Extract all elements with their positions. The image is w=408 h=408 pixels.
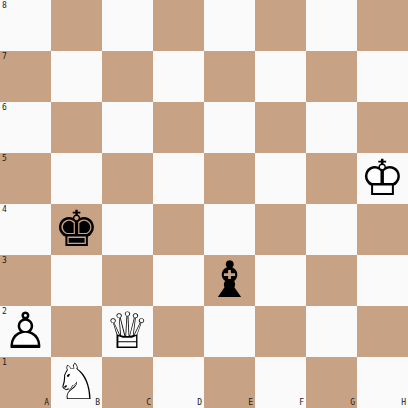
square-d3[interactable] xyxy=(153,255,204,306)
square-d1[interactable]: D xyxy=(153,357,204,408)
file-label-a: A xyxy=(44,399,49,407)
square-e7[interactable] xyxy=(204,51,255,102)
piece-white-knight[interactable]: ♞♘ xyxy=(51,357,102,408)
file-label-f: F xyxy=(299,399,304,407)
square-g5[interactable] xyxy=(306,153,357,204)
square-g8[interactable] xyxy=(306,0,357,51)
square-g6[interactable] xyxy=(306,102,357,153)
square-b4[interactable]: ♚ xyxy=(51,204,102,255)
square-b6[interactable] xyxy=(51,102,102,153)
black-king-glyph: ♚ xyxy=(54,204,99,254)
square-f4[interactable] xyxy=(255,204,306,255)
square-c5[interactable] xyxy=(102,153,153,204)
square-f2[interactable] xyxy=(255,306,306,357)
file-label-g: G xyxy=(350,399,355,407)
white-pawn-glyph: ♙ xyxy=(3,306,48,356)
file-label-c: C xyxy=(146,399,151,407)
square-c8[interactable] xyxy=(102,0,153,51)
square-h3[interactable] xyxy=(357,255,408,306)
rank-label-4: 4 xyxy=(2,206,7,214)
square-f6[interactable] xyxy=(255,102,306,153)
square-a7[interactable]: 7 xyxy=(0,51,51,102)
square-f3[interactable] xyxy=(255,255,306,306)
square-h1[interactable]: H xyxy=(357,357,408,408)
square-f7[interactable] xyxy=(255,51,306,102)
square-d5[interactable] xyxy=(153,153,204,204)
square-g7[interactable] xyxy=(306,51,357,102)
piece-black-bishop[interactable]: ♝ xyxy=(204,255,255,306)
square-b7[interactable] xyxy=(51,51,102,102)
square-a1[interactable]: 1A xyxy=(0,357,51,408)
white-knight-glyph: ♘ xyxy=(54,357,99,407)
square-c3[interactable] xyxy=(102,255,153,306)
square-a3[interactable]: 3 xyxy=(0,255,51,306)
rank-label-1: 1 xyxy=(2,359,7,367)
square-e4[interactable] xyxy=(204,204,255,255)
square-b1[interactable]: B♞♘ xyxy=(51,357,102,408)
square-d4[interactable] xyxy=(153,204,204,255)
piece-white-pawn[interactable]: ♟♙ xyxy=(0,306,51,357)
rank-label-6: 6 xyxy=(2,104,7,112)
square-e5[interactable] xyxy=(204,153,255,204)
square-e3[interactable]: ♝ xyxy=(204,255,255,306)
square-a4[interactable]: 4 xyxy=(0,204,51,255)
square-b2[interactable] xyxy=(51,306,102,357)
piece-white-king[interactable]: ♚♔ xyxy=(357,153,408,204)
black-bishop-glyph: ♝ xyxy=(207,255,252,305)
white-queen-glyph: ♕ xyxy=(105,306,150,356)
square-f5[interactable] xyxy=(255,153,306,204)
square-e8[interactable] xyxy=(204,0,255,51)
square-d2[interactable] xyxy=(153,306,204,357)
square-f8[interactable] xyxy=(255,0,306,51)
square-g3[interactable] xyxy=(306,255,357,306)
square-c2[interactable]: ♛♕ xyxy=(102,306,153,357)
square-f1[interactable]: F xyxy=(255,357,306,408)
rank-label-8: 8 xyxy=(2,2,7,10)
square-c4[interactable] xyxy=(102,204,153,255)
square-h7[interactable] xyxy=(357,51,408,102)
square-e1[interactable]: E xyxy=(204,357,255,408)
rank-label-7: 7 xyxy=(2,53,7,61)
square-a8[interactable]: 8 xyxy=(0,0,51,51)
file-label-d: D xyxy=(197,399,202,407)
square-c1[interactable]: C xyxy=(102,357,153,408)
square-a6[interactable]: 6 xyxy=(0,102,51,153)
square-d8[interactable] xyxy=(153,0,204,51)
file-label-h: H xyxy=(401,399,406,407)
square-d7[interactable] xyxy=(153,51,204,102)
square-b5[interactable] xyxy=(51,153,102,204)
square-h4[interactable] xyxy=(357,204,408,255)
square-g2[interactable] xyxy=(306,306,357,357)
square-c6[interactable] xyxy=(102,102,153,153)
square-c7[interactable] xyxy=(102,51,153,102)
square-e2[interactable] xyxy=(204,306,255,357)
square-b8[interactable] xyxy=(51,0,102,51)
file-label-e: E xyxy=(248,399,253,407)
square-d6[interactable] xyxy=(153,102,204,153)
square-g1[interactable]: G xyxy=(306,357,357,408)
square-e6[interactable] xyxy=(204,102,255,153)
square-h8[interactable] xyxy=(357,0,408,51)
square-a5[interactable]: 5 xyxy=(0,153,51,204)
square-g4[interactable] xyxy=(306,204,357,255)
square-b3[interactable] xyxy=(51,255,102,306)
chess-board: 8765♚♔4♚3♝2♟♙♛♕1AB♞♘CDEFGH xyxy=(0,0,408,408)
square-h5[interactable]: ♚♔ xyxy=(357,153,408,204)
white-king-glyph: ♔ xyxy=(360,153,405,203)
rank-label-5: 5 xyxy=(2,155,7,163)
piece-white-queen[interactable]: ♛♕ xyxy=(102,306,153,357)
square-h2[interactable] xyxy=(357,306,408,357)
rank-label-3: 3 xyxy=(2,257,7,265)
piece-black-king[interactable]: ♚ xyxy=(51,204,102,255)
square-h6[interactable] xyxy=(357,102,408,153)
square-a2[interactable]: 2♟♙ xyxy=(0,306,51,357)
